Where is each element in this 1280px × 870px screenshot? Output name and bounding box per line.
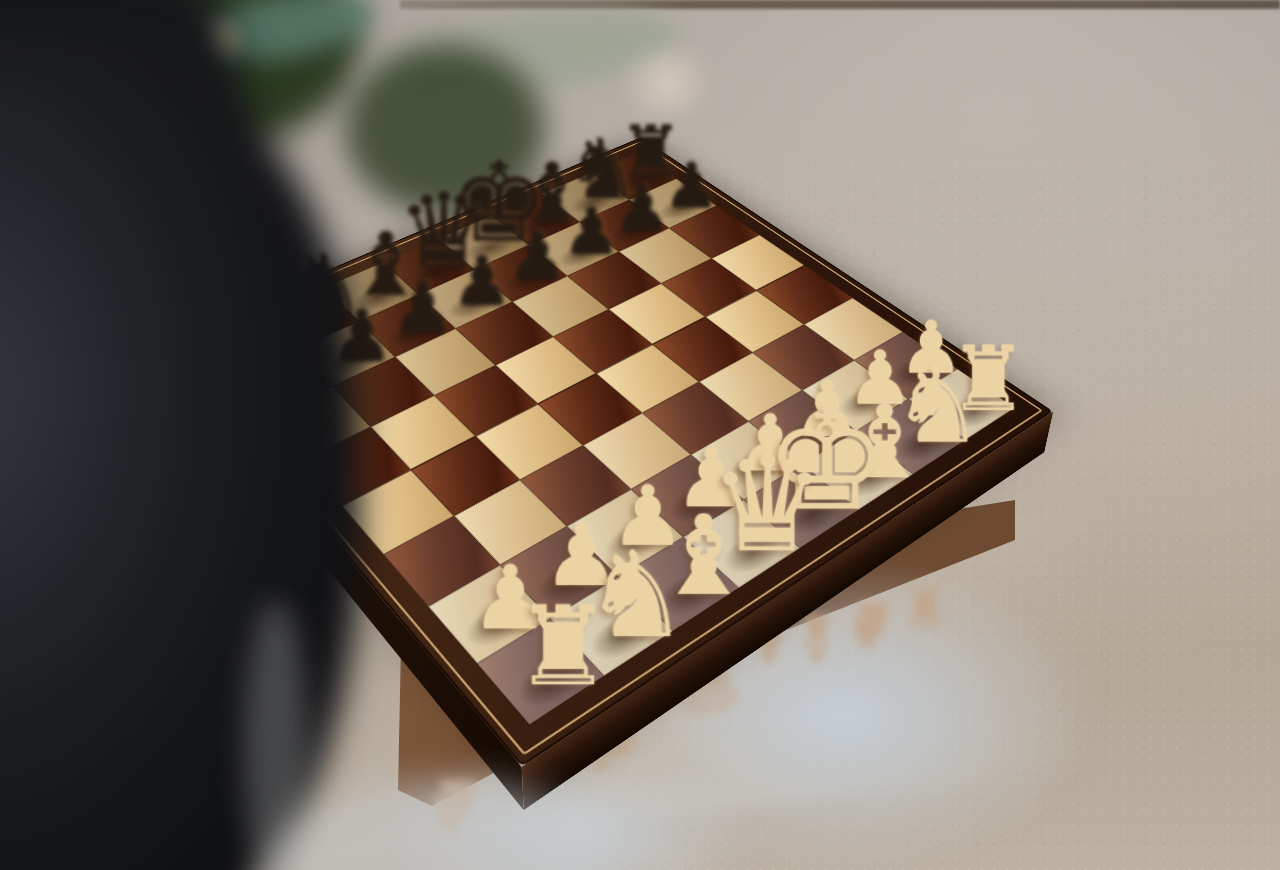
white-rook[interactable]: ♜ <box>462 595 667 699</box>
scene: ♞♝♚♟♛♟♝♞♜ ♜♞♝♛♚♝♞♜♟♟♟♟♟♟♟♟♟♟♟♟♟♟♟♟♜♞♝♛♚♝… <box>0 0 1280 870</box>
